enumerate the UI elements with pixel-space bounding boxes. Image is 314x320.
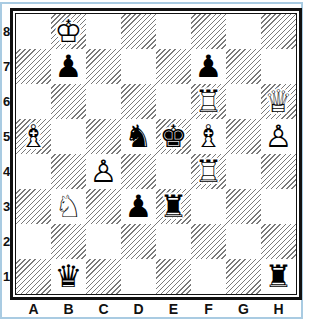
square-e5[interactable]: ♚♚	[156, 119, 191, 154]
square-a5[interactable]: ♝♗	[16, 119, 51, 154]
square-f3[interactable]	[191, 189, 226, 224]
square-h7[interactable]	[261, 49, 296, 84]
square-e8[interactable]	[156, 14, 191, 49]
piece-white-king: ♚♔	[51, 14, 86, 49]
square-h4[interactable]	[261, 154, 296, 189]
square-a4[interactable]	[16, 154, 51, 189]
piece-white-bishop: ♝♗	[16, 119, 51, 154]
chess-diagram: 87654321 ♚♔♟♟♟♟♜♖♛♕♝♗♞♞♚♚♝♗♟♙♟♙♜♖♞♘♟♟♜♜♛…	[0, 0, 314, 320]
square-b1[interactable]: ♛♛	[51, 259, 86, 294]
square-b2[interactable]	[51, 224, 86, 259]
piece-glyph: ♜	[156, 189, 191, 224]
piece-glyph: ♘	[51, 189, 86, 224]
file-label-d: D	[121, 300, 156, 318]
piece-glyph: ♗	[16, 119, 51, 154]
square-c2[interactable]	[86, 224, 121, 259]
piece-glyph: ♗	[191, 119, 226, 154]
square-c4[interactable]: ♟♙	[86, 154, 121, 189]
square-b7[interactable]: ♟♟	[51, 49, 86, 84]
piece-glyph: ♖	[191, 84, 226, 119]
file-label-g: G	[226, 300, 261, 318]
piece-white-rook: ♜♖	[191, 84, 226, 119]
board-grid: ♚♔♟♟♟♟♜♖♛♕♝♗♞♞♚♚♝♗♟♙♟♙♜♖♞♘♟♟♜♜♛♛♜♜	[15, 13, 297, 295]
square-c1[interactable]	[86, 259, 121, 294]
piece-glyph: ♟	[191, 49, 226, 84]
piece-black-knight: ♞♞	[121, 119, 156, 154]
square-d3[interactable]: ♟♟	[121, 189, 156, 224]
piece-white-bishop: ♝♗	[191, 119, 226, 154]
piece-glyph: ♟	[51, 49, 86, 84]
square-g1[interactable]	[226, 259, 261, 294]
piece-white-pawn: ♟♙	[86, 154, 121, 189]
piece-glyph: ♟	[121, 189, 156, 224]
square-g6[interactable]	[226, 84, 261, 119]
square-h8[interactable]	[261, 14, 296, 49]
piece-black-king: ♚♚	[156, 119, 191, 154]
square-a2[interactable]	[16, 224, 51, 259]
square-b3[interactable]: ♞♘	[51, 189, 86, 224]
square-e6[interactable]	[156, 84, 191, 119]
file-label-a: A	[16, 300, 51, 318]
square-b6[interactable]	[51, 84, 86, 119]
square-e3[interactable]: ♜♜	[156, 189, 191, 224]
piece-glyph: ♛	[51, 259, 86, 294]
file-label-c: C	[86, 300, 121, 318]
piece-black-pawn: ♟♟	[121, 189, 156, 224]
square-g5[interactable]	[226, 119, 261, 154]
square-d6[interactable]	[121, 84, 156, 119]
square-c7[interactable]	[86, 49, 121, 84]
square-d8[interactable]	[121, 14, 156, 49]
square-a8[interactable]	[16, 14, 51, 49]
piece-white-rook: ♜♖	[191, 154, 226, 189]
square-e2[interactable]	[156, 224, 191, 259]
square-d1[interactable]	[121, 259, 156, 294]
square-d5[interactable]: ♞♞	[121, 119, 156, 154]
piece-black-rook: ♜♜	[156, 189, 191, 224]
piece-glyph: ♚	[156, 119, 191, 154]
square-h5[interactable]: ♟♙	[261, 119, 296, 154]
piece-white-queen: ♛♕	[261, 84, 296, 119]
square-a3[interactable]	[16, 189, 51, 224]
square-b4[interactable]	[51, 154, 86, 189]
piece-glyph: ♞	[121, 119, 156, 154]
square-f2[interactable]	[191, 224, 226, 259]
piece-white-knight: ♞♘	[51, 189, 86, 224]
square-d2[interactable]	[121, 224, 156, 259]
piece-black-rook: ♜♜	[261, 259, 296, 294]
square-g2[interactable]	[226, 224, 261, 259]
piece-glyph: ♕	[261, 84, 296, 119]
board-frame: ♚♔♟♟♟♟♜♖♛♕♝♗♞♞♚♚♝♗♟♙♟♙♜♖♞♘♟♟♜♜♛♛♜♜	[10, 8, 302, 300]
piece-white-pawn: ♟♙	[261, 119, 296, 154]
square-a1[interactable]	[16, 259, 51, 294]
square-d4[interactable]	[121, 154, 156, 189]
piece-glyph: ♙	[86, 154, 121, 189]
piece-black-queen: ♛♛	[51, 259, 86, 294]
square-a7[interactable]	[16, 49, 51, 84]
piece-glyph: ♔	[51, 14, 86, 49]
square-f5[interactable]: ♝♗	[191, 119, 226, 154]
square-c6[interactable]	[86, 84, 121, 119]
square-f6[interactable]: ♜♖	[191, 84, 226, 119]
square-g4[interactable]	[226, 154, 261, 189]
square-e1[interactable]	[156, 259, 191, 294]
square-f8[interactable]	[191, 14, 226, 49]
file-label-e: E	[156, 300, 191, 318]
square-a6[interactable]	[16, 84, 51, 119]
square-e4[interactable]	[156, 154, 191, 189]
square-f7[interactable]: ♟♟	[191, 49, 226, 84]
square-e7[interactable]	[156, 49, 191, 84]
square-h2[interactable]	[261, 224, 296, 259]
file-label-h: H	[261, 300, 296, 318]
square-h3[interactable]	[261, 189, 296, 224]
piece-glyph: ♙	[261, 119, 296, 154]
square-c3[interactable]	[86, 189, 121, 224]
square-b5[interactable]	[51, 119, 86, 154]
square-c8[interactable]	[86, 14, 121, 49]
square-d7[interactable]	[121, 49, 156, 84]
file-label-b: B	[51, 300, 86, 318]
square-h1[interactable]: ♜♜	[261, 259, 296, 294]
piece-black-pawn: ♟♟	[191, 49, 226, 84]
square-g7[interactable]	[226, 49, 261, 84]
piece-glyph: ♜	[261, 259, 296, 294]
square-b8[interactable]: ♚♔	[51, 14, 86, 49]
file-label-f: F	[191, 300, 226, 318]
file-labels: ABCDEFGH	[16, 300, 296, 318]
piece-black-pawn: ♟♟	[51, 49, 86, 84]
square-f1[interactable]	[191, 259, 226, 294]
square-h6[interactable]: ♛♕	[261, 84, 296, 119]
square-f4[interactable]: ♜♖	[191, 154, 226, 189]
square-c5[interactable]	[86, 119, 121, 154]
square-g8[interactable]	[226, 14, 261, 49]
square-g3[interactable]	[226, 189, 261, 224]
piece-glyph: ♖	[191, 154, 226, 189]
